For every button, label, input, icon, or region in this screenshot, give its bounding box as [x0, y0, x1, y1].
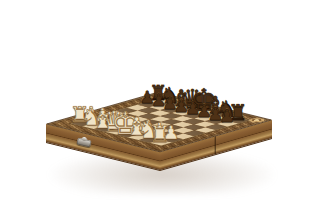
- piece-white-rook: ♜: [149, 123, 170, 146]
- product-photo: ♜♞♝♛♚♝♞♜♟♟♟♟♟♟♟♟♟♟♟♟♟♟♟♟♜♞♝♛♚♝♞♜: [0, 0, 320, 214]
- piece-black-pawn: ♟: [219, 108, 235, 126]
